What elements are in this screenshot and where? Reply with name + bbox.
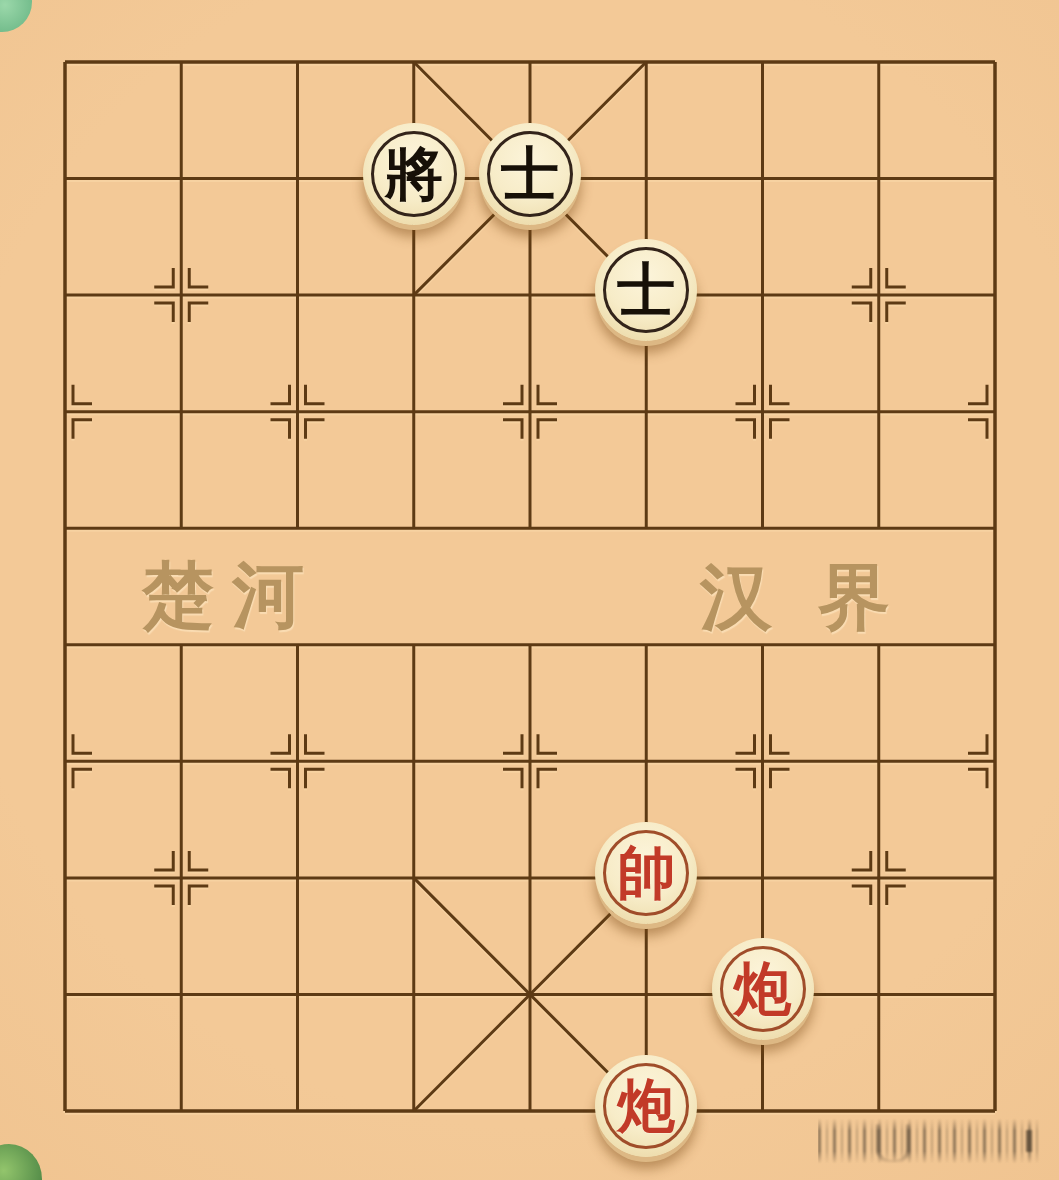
intersection-2-8[interactable] [239,936,355,1053]
intersection-2-5[interactable] [239,586,355,703]
intersection-5-3[interactable] [588,353,704,470]
intersection-7-8[interactable] [821,936,937,1053]
intersection-5-9[interactable]: 炮 [588,1053,704,1170]
intersection-6-0[interactable] [704,4,820,121]
intersection-2-4[interactable] [239,470,355,587]
intersection-2-3[interactable] [239,353,355,470]
watermark-curve-mark [876,1124,910,1164]
intersection-5-8[interactable] [588,936,704,1053]
intersection-4-9[interactable] [472,1053,588,1170]
intersection-3-2[interactable] [356,237,472,354]
intersection-0-5[interactable] [7,586,123,703]
intersection-4-7[interactable] [472,820,588,937]
intersection-0-8[interactable] [7,936,123,1053]
intersection-0-7[interactable] [7,820,123,937]
intersection-3-8[interactable] [356,936,472,1053]
intersection-5-2[interactable]: 士 [588,237,704,354]
intersection-6-5[interactable] [704,586,820,703]
piece-glyph: 將 [385,145,443,203]
piece-glyph: 炮 [617,1077,675,1135]
watermark-barcode [818,1118,1042,1164]
intersection-1-8[interactable] [123,936,239,1053]
intersection-4-0[interactable] [472,4,588,121]
intersection-1-1[interactable] [123,120,239,237]
intersection-1-9[interactable] [123,1053,239,1170]
xiangqi-screen: 楚河 汉界 將士士帥炮炮 [0,0,1059,1180]
intersection-1-2[interactable] [123,237,239,354]
intersection-4-2[interactable] [472,237,588,354]
intersection-6-4[interactable] [704,470,820,587]
intersection-8-5[interactable] [937,586,1053,703]
intersection-8-7[interactable] [937,820,1053,937]
intersection-2-1[interactable] [239,120,355,237]
red-cannon-2[interactable]: 炮 [595,1055,697,1157]
intersection-8-4[interactable] [937,470,1053,587]
intersection-7-0[interactable] [821,4,937,121]
intersection-8-6[interactable] [937,703,1053,820]
intersection-6-6[interactable] [704,703,820,820]
intersection-5-0[interactable] [588,4,704,121]
intersection-1-6[interactable] [123,703,239,820]
intersection-8-2[interactable] [937,237,1053,354]
board-grid: 將士士帥炮炮 [7,4,1053,1169]
black-advisor-2[interactable]: 士 [595,239,697,341]
intersection-5-7[interactable]: 帥 [588,820,704,937]
intersection-6-3[interactable] [704,353,820,470]
intersection-4-4[interactable] [472,470,588,587]
intersection-8-3[interactable] [937,353,1053,470]
black-general[interactable]: 將 [363,123,465,225]
intersection-5-1[interactable] [588,120,704,237]
intersection-1-4[interactable] [123,470,239,587]
intersection-0-4[interactable] [7,470,123,587]
intersection-0-3[interactable] [7,353,123,470]
intersection-3-6[interactable] [356,703,472,820]
red-general[interactable]: 帥 [595,822,697,924]
intersection-7-7[interactable] [821,820,937,937]
intersection-5-6[interactable] [588,703,704,820]
intersection-0-6[interactable] [7,703,123,820]
intersection-0-0[interactable] [7,4,123,121]
intersection-3-7[interactable] [356,820,472,937]
intersection-6-7[interactable] [704,820,820,937]
intersection-6-9[interactable] [704,1053,820,1170]
intersection-5-4[interactable] [588,470,704,587]
intersection-7-2[interactable] [821,237,937,354]
intersection-2-7[interactable] [239,820,355,937]
intersection-3-5[interactable] [356,586,472,703]
intersection-8-8[interactable] [937,936,1053,1053]
intersection-2-9[interactable] [239,1053,355,1170]
piece-glyph: 士 [501,145,559,203]
piece-glyph: 帥 [617,844,675,902]
intersection-6-1[interactable] [704,120,820,237]
piece-glyph: 士 [617,261,675,319]
intersection-8-0[interactable] [937,4,1053,121]
intersection-3-0[interactable] [356,4,472,121]
intersection-7-1[interactable] [821,120,937,237]
intersection-7-4[interactable] [821,470,937,587]
intersection-6-8[interactable]: 炮 [704,936,820,1053]
intersection-4-6[interactable] [472,703,588,820]
intersection-1-5[interactable] [123,586,239,703]
intersection-5-5[interactable] [588,586,704,703]
intersection-7-5[interactable] [821,586,937,703]
intersection-0-2[interactable] [7,237,123,354]
intersection-1-0[interactable] [123,4,239,121]
intersection-1-7[interactable] [123,820,239,937]
intersection-7-6[interactable] [821,703,937,820]
intersection-3-1[interactable]: 將 [356,120,472,237]
intersection-4-5[interactable] [472,586,588,703]
intersection-4-8[interactable] [472,936,588,1053]
intersection-0-9[interactable] [7,1053,123,1170]
piece-glyph: 炮 [734,960,792,1018]
intersection-3-9[interactable] [356,1053,472,1170]
intersection-3-4[interactable] [356,470,472,587]
intersection-7-3[interactable] [821,353,937,470]
intersection-0-1[interactable] [7,120,123,237]
intersection-4-3[interactable] [472,353,588,470]
intersection-2-2[interactable] [239,237,355,354]
red-cannon-1[interactable]: 炮 [712,938,814,1040]
intersection-3-3[interactable] [356,353,472,470]
intersection-8-1[interactable] [937,120,1053,237]
intersection-4-1[interactable]: 士 [472,120,588,237]
intersection-6-2[interactable] [704,237,820,354]
intersection-2-0[interactable] [239,4,355,121]
intersection-1-3[interactable] [123,353,239,470]
black-advisor-1[interactable]: 士 [479,123,581,225]
intersection-2-6[interactable] [239,703,355,820]
watermark-end-mark [1026,1130,1032,1152]
